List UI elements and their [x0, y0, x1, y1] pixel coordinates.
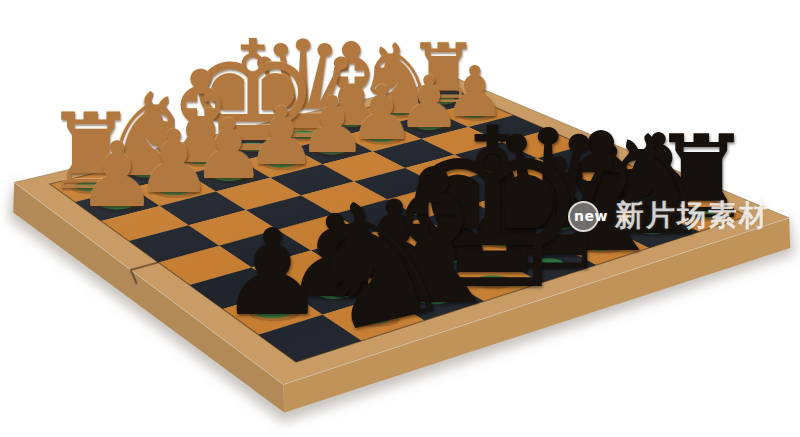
watermark-new-label: new	[574, 208, 608, 224]
watermark-text: 新片场素材	[615, 196, 770, 236]
watermark: new 新片场素材	[568, 197, 770, 235]
photo-stage: ♜♞♝♛♚♝♞♜♟♟♟♟♟♟♟♟♟♟♟♟♟♟♟♟♜♞♝♛♚♝♞ new 新片场素…	[0, 0, 800, 437]
